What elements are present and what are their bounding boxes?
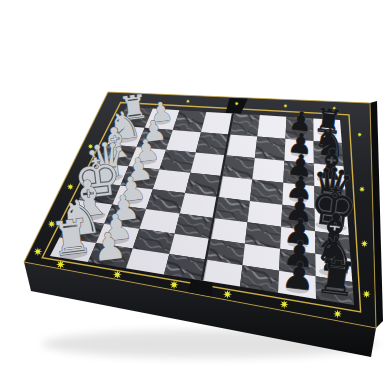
square-d6[interactable] [250,179,283,204]
piece-black-rook[interactable]: ♜ [312,249,360,308]
star-stud [34,247,43,256]
square-d4[interactable] [185,173,221,197]
square-c6[interactable] [252,158,284,183]
square-b4[interactable] [196,132,229,155]
square-e6[interactable] [247,201,282,227]
chess-board: ♜♟♟♜♞♟♟♞♝♟♟♛♝♟♚♟♟♛♝♟♟♚♞♟♟♝♜♟♟♞♟♜ [0,0,390,390]
square-d5[interactable] [218,176,253,201]
chess-set-photo: ♜♟♟♜♞♟♟♞♝♟♟♛♝♟♚♟♟♛♝♟♟♚♞♟♟♝♜♟♟♞♟♜ [0,0,390,390]
square-e5[interactable] [214,197,250,222]
star-stud [333,309,342,318]
piece-white-rook[interactable]: ♜ [47,208,95,267]
square-d3[interactable] [153,170,191,194]
square-c4[interactable] [190,153,225,177]
square-a6[interactable] [257,115,286,139]
square-b6[interactable] [255,137,286,161]
star-stud [280,300,289,309]
piece-black-pawn[interactable]: ♟ [280,253,318,300]
square-a4[interactable] [201,112,233,134]
square-c5[interactable] [221,155,254,179]
piece-white-pawn[interactable]: ♟ [90,224,128,271]
star-stud [113,270,122,279]
